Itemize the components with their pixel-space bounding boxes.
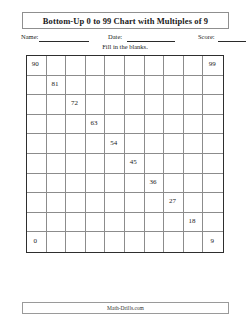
grid-cell-blank[interactable] — [27, 115, 47, 135]
grid-cell-blank[interactable] — [27, 134, 47, 154]
grid-cell-blank[interactable] — [164, 213, 184, 233]
grid-cell-blank[interactable] — [86, 174, 106, 194]
grid-cell-blank[interactable] — [125, 134, 145, 154]
grid-cell-blank[interactable] — [203, 134, 223, 154]
date-label: Date: — [108, 33, 122, 40]
grid-cell-blank[interactable] — [105, 213, 125, 233]
grid-cell-blank[interactable] — [125, 232, 145, 252]
grid-cell-blank[interactable] — [27, 213, 47, 233]
score-label: Score: — [198, 33, 215, 40]
grid-cell-blank[interactable] — [203, 76, 223, 96]
title-box: Bottom-Up 0 to 99 Chart with Multiples o… — [22, 12, 229, 29]
score-input-line[interactable] — [218, 41, 246, 42]
number-chart-grid: 9099817263544536271809 — [26, 55, 224, 253]
grid-cell-blank[interactable] — [47, 174, 67, 194]
page-title: Bottom-Up 0 to 99 Chart with Multiples o… — [43, 16, 208, 26]
grid-cell-blank[interactable] — [105, 115, 125, 135]
grid-cell-blank[interactable] — [66, 115, 86, 135]
grid-cell-blank[interactable] — [47, 115, 67, 135]
grid-cell-blank[interactable] — [47, 95, 67, 115]
footer-box: Math-Drills.com — [22, 302, 229, 314]
grid-cell-blank[interactable] — [164, 56, 184, 76]
grid-cell-blank[interactable] — [66, 76, 86, 96]
grid-cell-blank[interactable] — [164, 95, 184, 115]
name-input-line[interactable] — [39, 41, 89, 42]
grid-cell-blank[interactable] — [145, 134, 165, 154]
grid-cell-blank[interactable] — [184, 95, 204, 115]
grid-cell-given: 72 — [66, 95, 86, 115]
grid-cell-blank[interactable] — [105, 95, 125, 115]
grid-cell-blank[interactable] — [203, 193, 223, 213]
grid-cell-blank[interactable] — [86, 154, 106, 174]
grid-cell-blank[interactable] — [86, 76, 106, 96]
grid-cell-blank[interactable] — [105, 154, 125, 174]
grid-cell-blank[interactable] — [86, 134, 106, 154]
grid-cell-blank[interactable] — [47, 193, 67, 213]
grid-cell-given: 9 — [203, 232, 223, 252]
name-label: Name: — [21, 33, 38, 40]
grid-cell-blank[interactable] — [164, 154, 184, 174]
grid-cell-blank[interactable] — [164, 76, 184, 96]
footer-text: Math-Drills.com — [107, 305, 144, 311]
grid-cell-blank[interactable] — [47, 154, 67, 174]
grid-cell-blank[interactable] — [145, 193, 165, 213]
grid-cell-blank[interactable] — [203, 95, 223, 115]
grid-cell-blank[interactable] — [184, 115, 204, 135]
grid-cell-blank[interactable] — [47, 213, 67, 233]
grid-cell-blank[interactable] — [164, 134, 184, 154]
grid-cell-blank[interactable] — [47, 232, 67, 252]
grid-cell-blank[interactable] — [66, 154, 86, 174]
grid-cell-blank[interactable] — [125, 174, 145, 194]
instruction-text: Fill in the blanks. — [0, 43, 250, 50]
grid-cell-blank[interactable] — [27, 76, 47, 96]
grid-cell-given: 18 — [184, 213, 204, 233]
grid-cell-blank[interactable] — [203, 174, 223, 194]
grid-cell-blank[interactable] — [184, 154, 204, 174]
grid-cell-given: 0 — [27, 232, 47, 252]
grid-cell-given: 99 — [203, 56, 223, 76]
grid-cell-given: 45 — [125, 154, 145, 174]
grid-cell-blank[interactable] — [145, 95, 165, 115]
grid-cell-given: 54 — [105, 134, 125, 154]
date-input-line[interactable] — [127, 41, 175, 42]
grid-cell-blank[interactable] — [125, 76, 145, 96]
grid-cell-given: 81 — [47, 76, 67, 96]
grid-cell-blank[interactable] — [125, 95, 145, 115]
grid-cell-blank[interactable] — [27, 154, 47, 174]
grid-cell-given: 63 — [86, 115, 106, 135]
grid-cell-blank[interactable] — [145, 213, 165, 233]
grid-cell-blank[interactable] — [86, 193, 106, 213]
grid-cell-blank[interactable] — [105, 56, 125, 76]
grid-cell-blank[interactable] — [125, 213, 145, 233]
grid-cell-blank[interactable] — [125, 193, 145, 213]
grid-cell-blank[interactable] — [164, 174, 184, 194]
grid-cell-blank[interactable] — [145, 56, 165, 76]
grid-cell-blank[interactable] — [47, 56, 67, 76]
grid-cell-blank[interactable] — [145, 76, 165, 96]
grid-cell-blank[interactable] — [105, 232, 125, 252]
grid-cell-blank[interactable] — [86, 232, 106, 252]
grid-cell-blank[interactable] — [145, 115, 165, 135]
grid-cell-blank[interactable] — [125, 115, 145, 135]
grid-cell-blank[interactable] — [47, 134, 67, 154]
grid-cell-blank[interactable] — [184, 193, 204, 213]
grid-cell-blank[interactable] — [66, 134, 86, 154]
grid-cell-blank[interactable] — [66, 174, 86, 194]
grid-cell-blank[interactable] — [145, 232, 165, 252]
grid-cell-blank[interactable] — [105, 174, 125, 194]
grid-cell-blank[interactable] — [27, 95, 47, 115]
grid-cell-blank[interactable] — [164, 115, 184, 135]
grid-cell-blank[interactable] — [66, 193, 86, 213]
grid-cell-blank[interactable] — [66, 232, 86, 252]
grid-cell-blank[interactable] — [145, 154, 165, 174]
grid-cell-blank[interactable] — [105, 193, 125, 213]
worksheet-page: Bottom-Up 0 to 99 Chart with Multiples o… — [0, 0, 250, 324]
grid-cell-blank[interactable] — [27, 193, 47, 213]
grid-cell-blank[interactable] — [27, 174, 47, 194]
grid-cell-blank[interactable] — [184, 134, 204, 154]
grid-cell-blank[interactable] — [86, 56, 106, 76]
grid-cell-blank[interactable] — [203, 154, 223, 174]
grid-cell-blank[interactable] — [184, 56, 204, 76]
grid-cell-blank[interactable] — [105, 76, 125, 96]
grid-cell-blank[interactable] — [66, 56, 86, 76]
grid-cell-blank[interactable] — [184, 232, 204, 252]
grid-cell-blank[interactable] — [164, 232, 184, 252]
grid-cell-blank[interactable] — [125, 56, 145, 76]
grid-cell-blank[interactable] — [86, 213, 106, 233]
grid-cell-given: 27 — [164, 193, 184, 213]
grid-cell-given: 90 — [27, 56, 47, 76]
grid-cell-blank[interactable] — [203, 115, 223, 135]
grid-cell-blank[interactable] — [184, 76, 204, 96]
grid-cell-given: 36 — [145, 174, 165, 194]
grid-cell-blank[interactable] — [184, 174, 204, 194]
grid-cell-blank[interactable] — [66, 213, 86, 233]
grid-cell-blank[interactable] — [86, 95, 106, 115]
grid-cell-blank[interactable] — [203, 213, 223, 233]
